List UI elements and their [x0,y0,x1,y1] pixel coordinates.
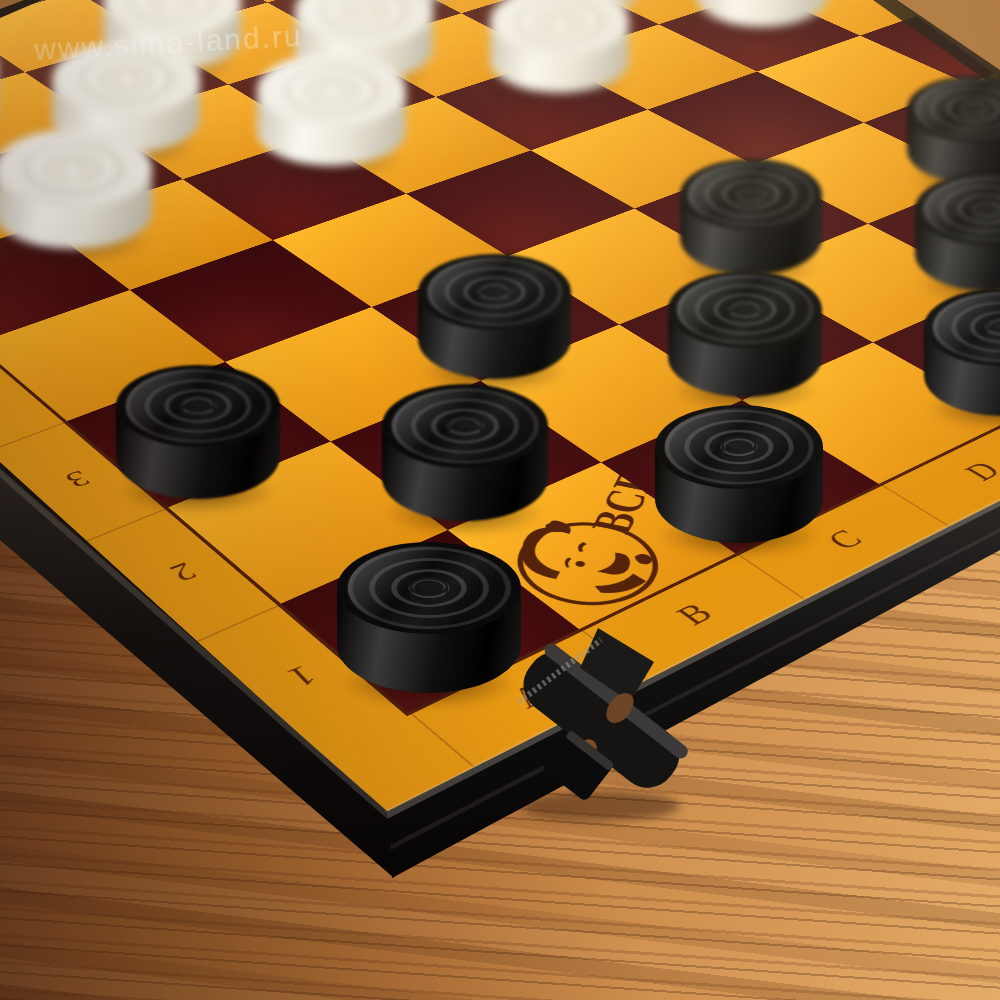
latch[interactable] [0,0,1000,1000]
photo-stage: ВСПABCDEFGH12345678 ⛀⛀⛀⛀⛀⛀⛀⛀⛀⛀⛂⛂⛂⛂⛂⛂⛂⛂⛂⛂ [0,0,1000,1000]
latch-shadow [520,791,680,821]
